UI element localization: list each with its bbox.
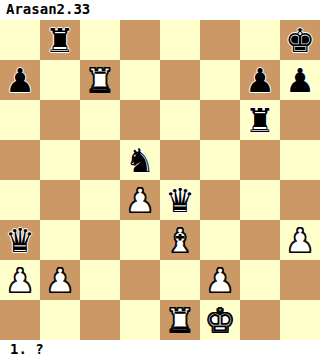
square-g2[interactable] [240,260,280,300]
square-c6[interactable] [80,100,120,140]
square-f4[interactable] [200,180,240,220]
square-a2[interactable]: ♟ [0,260,40,300]
square-e5[interactable] [160,140,200,180]
square-f6[interactable] [200,100,240,140]
square-e4[interactable]: ♛ [160,180,200,220]
piece-black-queen[interactable]: ♛ [160,180,200,220]
square-e3[interactable]: ♝ [160,220,200,260]
piece-white-pawn[interactable]: ♟ [40,260,80,300]
piece-white-pawn[interactable]: ♟ [200,260,240,300]
square-a5[interactable] [0,140,40,180]
square-g7[interactable]: ♟ [240,60,280,100]
square-e6[interactable] [160,100,200,140]
square-f8[interactable] [200,20,240,60]
square-g8[interactable] [240,20,280,60]
square-b7[interactable] [40,60,80,100]
piece-black-rook[interactable]: ♜ [240,100,280,140]
square-b4[interactable] [40,180,80,220]
piece-white-rook[interactable]: ♜ [80,60,120,100]
square-a6[interactable] [0,100,40,140]
piece-black-knight[interactable]: ♞ [120,140,160,180]
piece-black-king[interactable]: ♚ [280,20,320,60]
square-f5[interactable] [200,140,240,180]
piece-black-queen[interactable]: ♛ [0,220,40,260]
square-a4[interactable] [0,180,40,220]
square-h4[interactable] [280,180,320,220]
piece-black-pawn[interactable]: ♟ [240,60,280,100]
square-g5[interactable] [240,140,280,180]
square-d5[interactable]: ♞ [120,140,160,180]
square-h2[interactable] [280,260,320,300]
square-d3[interactable] [120,220,160,260]
square-f7[interactable] [200,60,240,100]
square-c1[interactable] [80,300,120,340]
square-c8[interactable] [80,20,120,60]
square-c4[interactable] [80,180,120,220]
square-h8[interactable]: ♚ [280,20,320,60]
square-e8[interactable] [160,20,200,60]
square-h6[interactable] [280,100,320,140]
square-d1[interactable] [120,300,160,340]
square-a7[interactable]: ♟ [0,60,40,100]
piece-white-pawn[interactable]: ♟ [120,180,160,220]
square-g1[interactable] [240,300,280,340]
square-h3[interactable]: ♟ [280,220,320,260]
square-f3[interactable] [200,220,240,260]
piece-black-pawn[interactable]: ♟ [280,60,320,100]
square-h7[interactable]: ♟ [280,60,320,100]
square-e1[interactable]: ♜ [160,300,200,340]
square-c5[interactable] [80,140,120,180]
square-b5[interactable] [40,140,80,180]
piece-black-rook[interactable]: ♜ [40,20,80,60]
square-h1[interactable] [280,300,320,340]
square-b6[interactable] [40,100,80,140]
square-c7[interactable]: ♜ [80,60,120,100]
piece-white-pawn[interactable]: ♟ [0,260,40,300]
square-f1[interactable]: ♚ [200,300,240,340]
square-d4[interactable]: ♟ [120,180,160,220]
chess-board: ♜♚♟♜♟♟♜♞♟♛♛♝♟♟♟♟♜♚ [0,20,320,340]
piece-white-rook[interactable]: ♜ [160,300,200,340]
piece-white-bishop[interactable]: ♝ [160,220,200,260]
square-a8[interactable] [0,20,40,60]
piece-black-pawn[interactable]: ♟ [0,60,40,100]
piece-white-pawn[interactable]: ♟ [280,220,320,260]
square-g4[interactable] [240,180,280,220]
square-b1[interactable] [40,300,80,340]
piece-white-king[interactable]: ♚ [200,300,240,340]
square-d7[interactable] [120,60,160,100]
square-d8[interactable] [120,20,160,60]
square-c3[interactable] [80,220,120,260]
square-g6[interactable]: ♜ [240,100,280,140]
square-b3[interactable] [40,220,80,260]
square-f2[interactable]: ♟ [200,260,240,300]
square-g3[interactable] [240,220,280,260]
move-prompt: 1. ? [0,340,320,360]
square-e2[interactable] [160,260,200,300]
square-b2[interactable]: ♟ [40,260,80,300]
app-title: Arasan2.33 [0,0,320,20]
square-d2[interactable] [120,260,160,300]
square-e7[interactable] [160,60,200,100]
square-d6[interactable] [120,100,160,140]
square-c2[interactable] [80,260,120,300]
square-a3[interactable]: ♛ [0,220,40,260]
square-a1[interactable] [0,300,40,340]
square-h5[interactable] [280,140,320,180]
square-b8[interactable]: ♜ [40,20,80,60]
